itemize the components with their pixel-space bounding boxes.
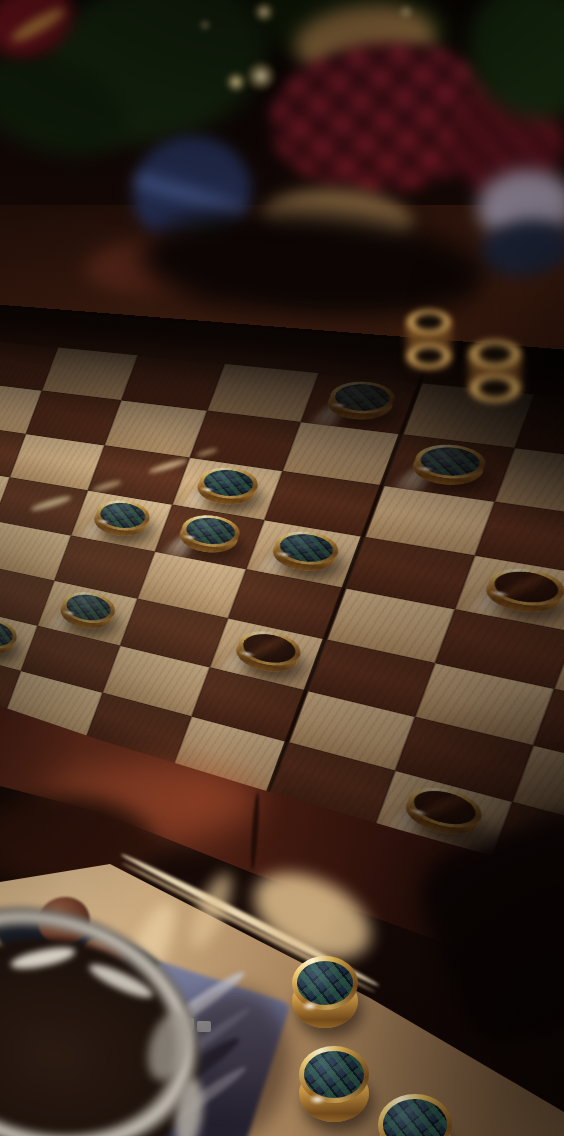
bowl-rim-highlight-2 — [86, 959, 156, 1003]
bowl-shadow-on-book — [149, 975, 306, 1136]
pewter-nut-bowl — [0, 0, 564, 1136]
bowl-rim-highlight-4 — [171, 1077, 207, 1136]
christmas-checkers-photo — [0, 0, 564, 1136]
bowl-rim-highlight-3 — [140, 1006, 200, 1087]
bowl-rim — [0, 860, 241, 1136]
bowl-interior — [0, 912, 221, 1136]
bowl-rim-highlight-1 — [9, 943, 77, 972]
